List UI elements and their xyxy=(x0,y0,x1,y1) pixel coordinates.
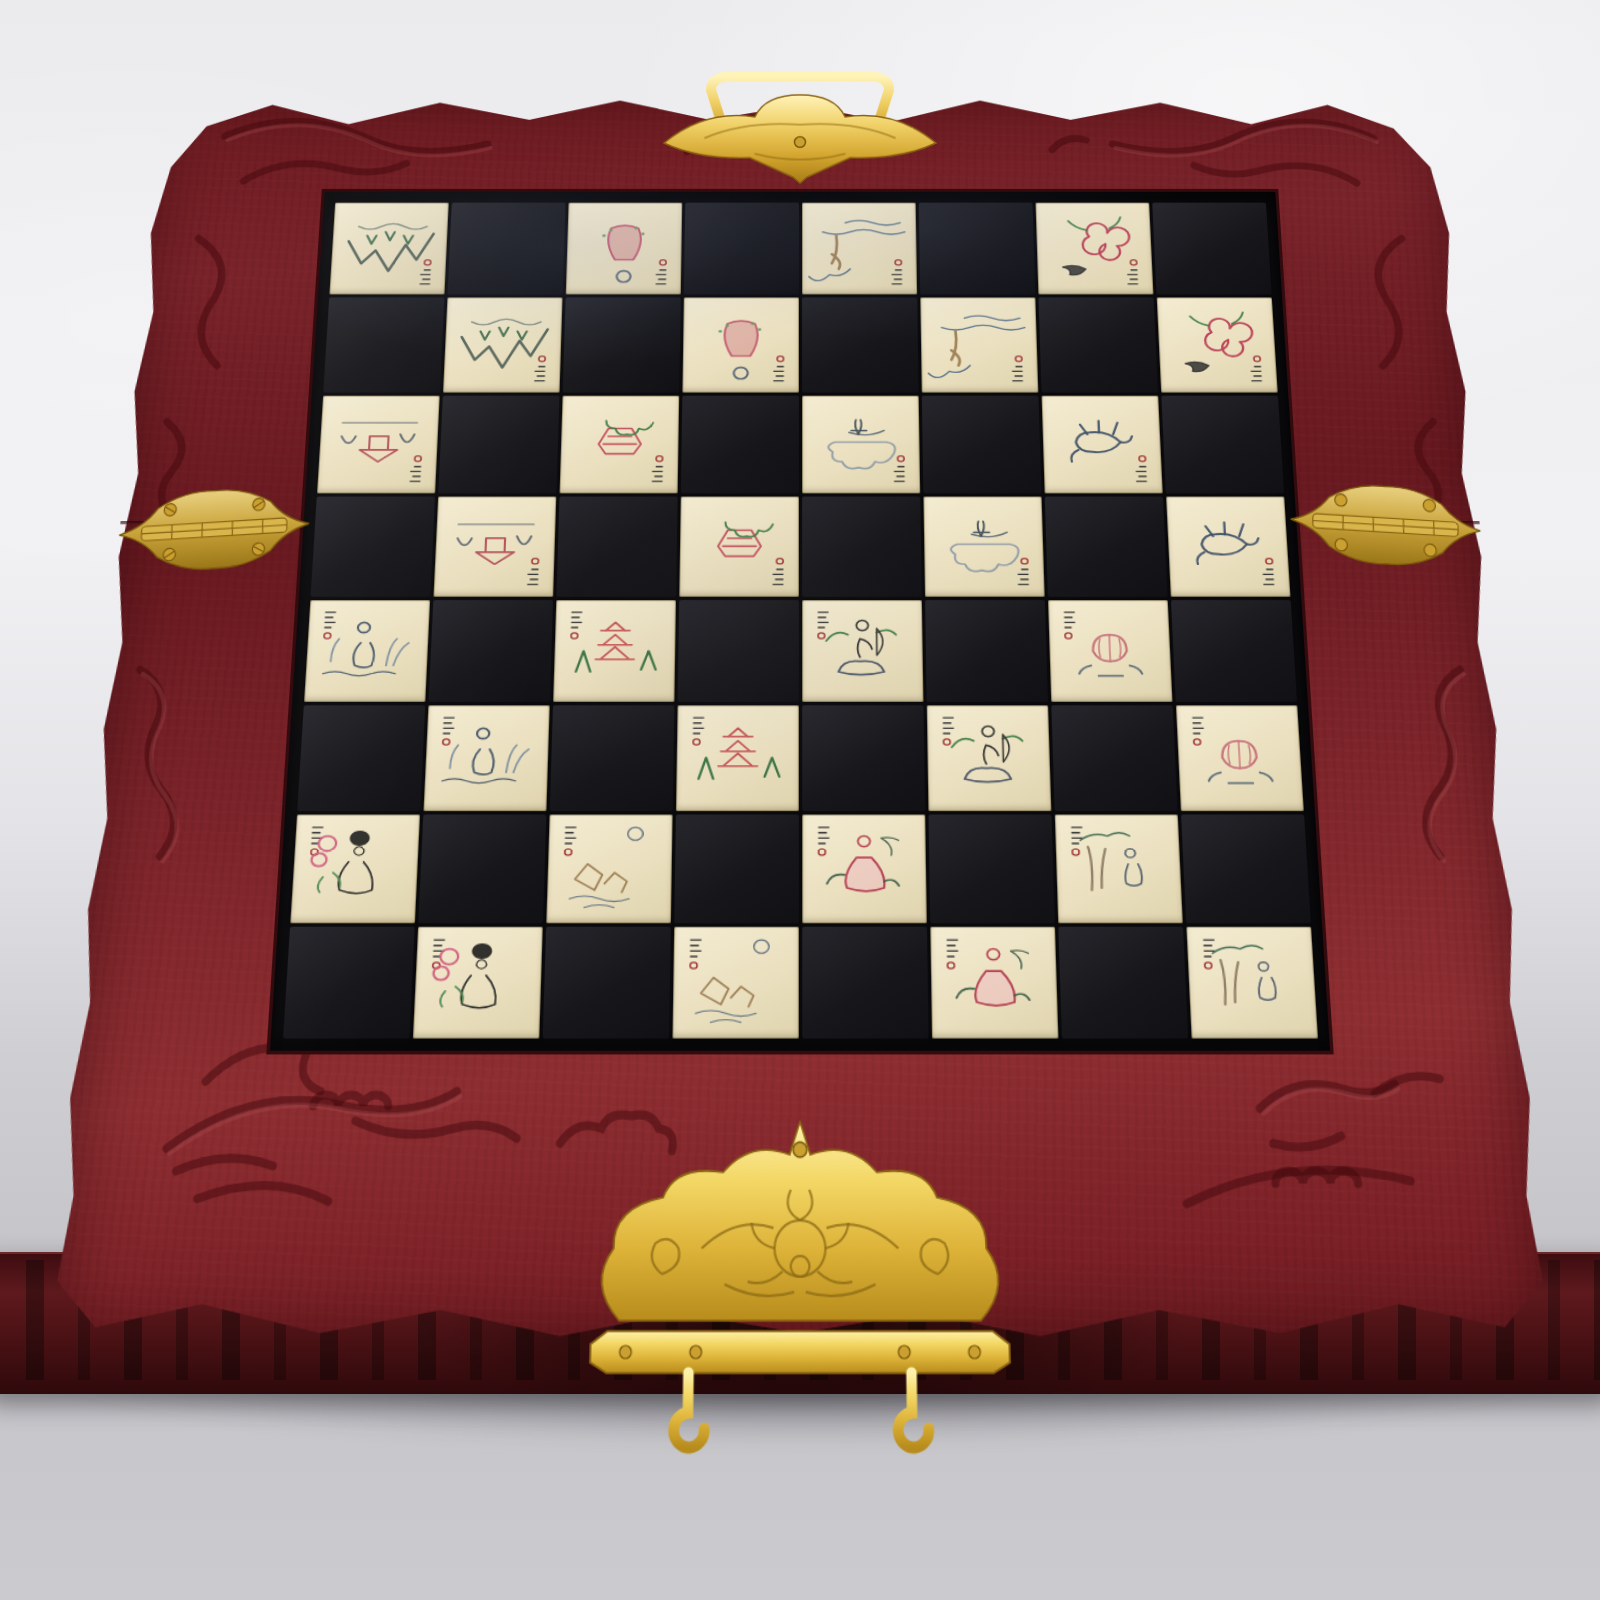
square-d3 xyxy=(675,706,798,811)
tile-caption xyxy=(1135,467,1146,482)
tile-art-turtle_lantern xyxy=(1047,600,1172,703)
tile-seal xyxy=(1253,356,1260,361)
tile-caption xyxy=(946,940,958,957)
tile-art-river_tree xyxy=(802,202,917,295)
tile-caption xyxy=(311,827,323,843)
tile-art-archer_rock xyxy=(926,706,1051,811)
square-d5 xyxy=(679,496,799,596)
product-photo-stage xyxy=(0,0,1600,1600)
tile-seal xyxy=(947,962,954,968)
tile-seal xyxy=(895,259,901,264)
square-d1 xyxy=(672,926,798,1037)
brass-carry-handle xyxy=(633,50,968,195)
square-a1 xyxy=(283,926,415,1037)
tile-art-peony_bird xyxy=(1035,202,1153,295)
square-g4 xyxy=(1047,600,1172,703)
tile-art-turtle_lantern xyxy=(1175,706,1303,811)
square-e1 xyxy=(802,926,928,1037)
tile-caption xyxy=(891,269,902,283)
tile-art-figure_reeds xyxy=(303,600,429,703)
square-e6 xyxy=(802,396,920,493)
square-e7 xyxy=(802,298,919,393)
square-a7 xyxy=(323,298,444,393)
tile-seal xyxy=(1015,356,1022,361)
square-e2 xyxy=(802,815,927,923)
tile-caption xyxy=(942,718,953,734)
chess-board-assembly xyxy=(49,92,1551,1339)
brass-clasp xyxy=(544,1107,1056,1496)
tile-caption xyxy=(651,467,662,482)
tile-caption xyxy=(1192,718,1204,734)
square-e3 xyxy=(802,706,925,811)
tile-art-lady_trees xyxy=(1054,815,1182,923)
square-b5 xyxy=(433,496,556,596)
carving-dragon-top-right xyxy=(1111,122,1374,152)
square-b1 xyxy=(412,926,542,1037)
clasp-latch-bar xyxy=(590,1331,1010,1373)
handle-screw xyxy=(794,137,805,148)
tile-caption xyxy=(692,718,703,734)
square-a2 xyxy=(290,815,420,923)
tile-art-pagoda_green xyxy=(675,706,798,811)
tile-caption xyxy=(432,940,444,957)
tile-seal xyxy=(690,962,697,968)
square-a3 xyxy=(297,706,425,811)
square-d4 xyxy=(677,600,798,703)
tile-seal xyxy=(1130,259,1137,264)
tile-seal xyxy=(1193,739,1200,745)
tile-caption xyxy=(571,612,582,627)
square-h5 xyxy=(1166,496,1290,596)
brass-hinge-left xyxy=(112,477,315,579)
tile-seal xyxy=(538,356,545,361)
tile-art-red_basket xyxy=(559,396,679,493)
square-f7 xyxy=(920,298,1038,393)
square-g6 xyxy=(1041,396,1162,493)
square-b2 xyxy=(418,815,546,923)
square-c1 xyxy=(542,926,670,1037)
square-h1 xyxy=(1186,926,1318,1037)
tile-caption xyxy=(534,367,545,381)
square-g3 xyxy=(1051,706,1177,811)
square-f2 xyxy=(928,815,1054,923)
square-f8 xyxy=(918,202,1035,295)
tile-art-pink_deity xyxy=(565,202,682,295)
square-a8 xyxy=(329,202,448,295)
tile-caption xyxy=(442,718,454,734)
board xyxy=(266,189,1333,1055)
tile-seal xyxy=(777,356,784,361)
tile-caption xyxy=(324,612,336,627)
tile-caption xyxy=(818,827,829,843)
tile-seal xyxy=(659,259,666,264)
tile-caption xyxy=(773,367,784,381)
tile-art-lady_trees xyxy=(1186,926,1318,1037)
square-h8 xyxy=(1152,202,1271,295)
tile-art-archer_rock xyxy=(802,600,923,703)
tile-art-geisha_peony xyxy=(412,926,542,1037)
tile-seal xyxy=(1265,558,1272,564)
tile-art-pavilion_trees xyxy=(433,496,556,596)
square-g1 xyxy=(1058,926,1188,1037)
tile-seal xyxy=(817,632,824,638)
tile-seal xyxy=(570,632,577,638)
square-f6 xyxy=(921,396,1041,493)
tile-caption xyxy=(1127,269,1138,283)
square-a6 xyxy=(317,396,440,493)
square-b6 xyxy=(438,396,559,493)
tile-art-mountain_pines xyxy=(329,202,448,295)
tile-caption xyxy=(527,569,538,584)
tile-caption xyxy=(689,940,700,957)
square-c6 xyxy=(559,396,679,493)
tile-art-river_tree xyxy=(920,298,1038,393)
square-a5 xyxy=(310,496,434,596)
tile-art-blue_horse xyxy=(1166,496,1290,596)
square-c5 xyxy=(556,496,677,596)
square-d2 xyxy=(674,815,799,923)
brass-hinge-right xyxy=(1285,472,1488,574)
tile-seal xyxy=(943,739,950,745)
tile-seal xyxy=(818,849,825,855)
tile-art-pink_deity xyxy=(682,298,799,393)
square-h3 xyxy=(1175,706,1303,811)
tile-art-pagoda_green xyxy=(553,600,676,703)
tile-art-figure_reeds xyxy=(423,706,549,811)
tile-seal xyxy=(693,739,700,745)
square-h7 xyxy=(1156,298,1277,393)
tile-seal xyxy=(897,456,904,461)
tile-caption xyxy=(893,467,904,482)
tile-seal xyxy=(656,456,663,461)
square-f1 xyxy=(930,926,1058,1037)
square-c7 xyxy=(562,298,680,393)
tile-art-cloud_sage xyxy=(923,496,1044,596)
tile-seal xyxy=(1204,962,1211,968)
tile-art-lady_pink xyxy=(802,815,927,923)
tile-seal xyxy=(1064,632,1071,638)
square-e4 xyxy=(802,600,923,703)
square-f5 xyxy=(923,496,1044,596)
square-g7 xyxy=(1038,298,1158,393)
clasp-hooks xyxy=(673,1373,929,1447)
tile-art-blue_horse xyxy=(1041,396,1162,493)
tile-caption xyxy=(409,467,420,482)
tile-caption xyxy=(419,269,430,283)
tile-caption xyxy=(1203,940,1215,957)
tile-seal xyxy=(1072,849,1079,855)
square-g5 xyxy=(1044,496,1167,596)
tile-art-red_basket xyxy=(679,496,799,596)
square-h2 xyxy=(1181,815,1311,923)
tile-caption xyxy=(1011,367,1022,381)
clasp-apex-screw xyxy=(793,1142,807,1157)
square-f3 xyxy=(926,706,1051,811)
square-g8 xyxy=(1035,202,1153,295)
square-b8 xyxy=(447,202,565,295)
square-f4 xyxy=(925,600,1048,703)
tile-art-cloud_sage xyxy=(802,396,920,493)
tile-seal xyxy=(1138,456,1145,461)
tile-caption xyxy=(1250,367,1261,381)
tile-seal xyxy=(424,259,431,264)
tile-caption xyxy=(564,827,576,843)
square-c4 xyxy=(553,600,676,703)
tile-caption xyxy=(1063,612,1074,627)
tile-art-river_rocks_moon xyxy=(672,926,798,1037)
square-d8 xyxy=(683,202,798,295)
square-e8 xyxy=(802,202,917,295)
tile-seal xyxy=(1021,558,1028,564)
square-d7 xyxy=(682,298,799,393)
square-d6 xyxy=(680,396,798,493)
tile-seal xyxy=(564,849,571,855)
perspective-scene xyxy=(0,92,1600,1552)
square-b7 xyxy=(442,298,562,393)
tile-caption xyxy=(655,269,666,283)
tile-seal xyxy=(323,632,330,638)
tile-seal xyxy=(776,558,783,564)
tile-caption xyxy=(1017,569,1028,584)
square-c2 xyxy=(546,815,672,923)
tile-art-mountain_pines xyxy=(442,298,562,393)
tile-art-lady_pink xyxy=(930,926,1058,1037)
tile-art-pavilion_trees xyxy=(317,396,440,493)
tile-art-peony_bird xyxy=(1156,298,1277,393)
square-b3 xyxy=(423,706,549,811)
tile-art-river_rocks_moon xyxy=(546,815,672,923)
square-h6 xyxy=(1161,396,1284,493)
square-c3 xyxy=(549,706,674,811)
square-c8 xyxy=(565,202,682,295)
tile-seal xyxy=(414,456,421,461)
tile-caption xyxy=(817,612,828,627)
tile-seal xyxy=(531,558,538,564)
tile-seal xyxy=(442,739,449,745)
tile-art-geisha_peony xyxy=(290,815,420,923)
tile-caption xyxy=(1262,569,1274,584)
square-g2 xyxy=(1054,815,1182,923)
square-h4 xyxy=(1170,600,1296,703)
square-e5 xyxy=(802,496,922,596)
tile-caption xyxy=(1071,827,1083,843)
square-a4 xyxy=(303,600,429,703)
tile-caption xyxy=(772,569,783,584)
square-b4 xyxy=(428,600,553,703)
